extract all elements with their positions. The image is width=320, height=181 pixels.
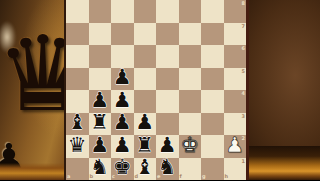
square-g3[interactable] xyxy=(201,113,224,136)
square-b7[interactable] xyxy=(89,23,112,46)
square-g1[interactable]: g xyxy=(201,158,224,181)
black-rook: ♜ xyxy=(135,135,154,156)
file-label-a: a xyxy=(67,174,70,179)
square-f2[interactable]: ♚ xyxy=(179,135,202,158)
square-b2[interactable]: ♟ xyxy=(89,135,112,158)
black-pawn: ♟ xyxy=(90,135,109,156)
black-pawn: ♟ xyxy=(113,90,132,111)
square-d6[interactable] xyxy=(134,45,157,68)
square-d5[interactable] xyxy=(134,68,157,91)
square-f8[interactable] xyxy=(179,0,202,23)
square-b3[interactable]: ♜ xyxy=(89,113,112,136)
rank-label-3: 3 xyxy=(242,114,245,119)
square-b5[interactable] xyxy=(89,68,112,91)
square-h1[interactable]: 1h xyxy=(224,158,247,181)
square-e5[interactable] xyxy=(156,68,179,91)
square-d3[interactable]: ♟ xyxy=(134,113,157,136)
rank-label-6: 6 xyxy=(242,46,245,51)
square-a2[interactable]: ♛ xyxy=(66,135,89,158)
square-b4[interactable]: ♟ xyxy=(89,90,112,113)
chess-board: 876♟5♟♟4♝♜♟♟3♛♟♟♜♟♚2♟ab♞c♚d♝e♞fg1h xyxy=(66,0,246,180)
square-a3[interactable]: ♝ xyxy=(66,113,89,136)
square-c4[interactable]: ♟ xyxy=(111,90,134,113)
rank-label-4: 4 xyxy=(242,91,245,96)
rank-label-5: 5 xyxy=(242,69,245,74)
black-pawn: ♟ xyxy=(113,112,132,133)
black-knight: ♞ xyxy=(90,157,109,178)
square-h4[interactable]: 4 xyxy=(224,90,247,113)
square-f7[interactable] xyxy=(179,23,202,46)
square-c7[interactable] xyxy=(111,23,134,46)
square-b8[interactable] xyxy=(89,0,112,23)
file-label-b: b xyxy=(90,174,94,179)
square-h3[interactable]: 3 xyxy=(224,113,247,136)
square-f4[interactable] xyxy=(179,90,202,113)
file-label-g: g xyxy=(202,174,206,179)
black-bishop: ♝ xyxy=(135,157,154,178)
rank-label-1: 1 xyxy=(242,159,245,164)
square-g2[interactable] xyxy=(201,135,224,158)
square-c1[interactable]: c♚ xyxy=(111,158,134,181)
square-e7[interactable] xyxy=(156,23,179,46)
square-a7[interactable] xyxy=(66,23,89,46)
square-h2[interactable]: 2♟ xyxy=(224,135,247,158)
black-king: ♚ xyxy=(113,157,132,178)
square-a1[interactable]: a xyxy=(66,158,89,181)
black-queen: ♛ xyxy=(68,135,87,156)
file-label-e: e xyxy=(157,174,160,179)
square-g7[interactable] xyxy=(201,23,224,46)
file-label-d: d xyxy=(135,174,139,179)
square-e3[interactable] xyxy=(156,113,179,136)
square-f5[interactable] xyxy=(179,68,202,91)
black-pawn: ♟ xyxy=(135,112,154,133)
black-pawn: ♟ xyxy=(113,67,132,88)
square-h8[interactable]: 8 xyxy=(224,0,247,23)
square-d1[interactable]: d♝ xyxy=(134,158,157,181)
square-f1[interactable]: f xyxy=(179,158,202,181)
file-label-c: c xyxy=(112,174,115,179)
wood-table-right xyxy=(249,146,320,180)
square-c5[interactable]: ♟ xyxy=(111,68,134,91)
square-c2[interactable]: ♟ xyxy=(111,135,134,158)
square-c8[interactable] xyxy=(111,0,134,23)
square-d8[interactable] xyxy=(134,0,157,23)
photo-left-background: ♛ ♟ xyxy=(0,0,64,180)
chess-board-frame: 876♟5♟♟4♝♜♟♟3♛♟♟♜♟♚2♟ab♞c♚d♝e♞fg1h xyxy=(64,0,249,180)
square-g4[interactable] xyxy=(201,90,224,113)
black-pawn: ♟ xyxy=(113,135,132,156)
rank-label-7: 7 xyxy=(242,24,245,29)
black-bishop: ♝ xyxy=(68,112,87,133)
square-e4[interactable] xyxy=(156,90,179,113)
square-h6[interactable]: 6 xyxy=(224,45,247,68)
square-e1[interactable]: e♞ xyxy=(156,158,179,181)
photo-right-background xyxy=(249,0,320,180)
square-c6[interactable] xyxy=(111,45,134,68)
square-f6[interactable] xyxy=(179,45,202,68)
file-label-h: h xyxy=(225,174,229,179)
wood-table-left xyxy=(0,163,64,180)
square-f3[interactable] xyxy=(179,113,202,136)
square-h7[interactable]: 7 xyxy=(224,23,247,46)
square-d2[interactable]: ♜ xyxy=(134,135,157,158)
square-b6[interactable] xyxy=(89,45,112,68)
square-c3[interactable]: ♟ xyxy=(111,113,134,136)
rank-label-2: 2 xyxy=(242,136,245,141)
rank-label-8: 8 xyxy=(242,1,245,6)
square-g6[interactable] xyxy=(201,45,224,68)
square-d7[interactable] xyxy=(134,23,157,46)
square-e6[interactable] xyxy=(156,45,179,68)
square-a6[interactable] xyxy=(66,45,89,68)
chess-thumbnail-scene: ♛ ♟ 876♟5♟♟4♝♜♟♟3♛♟♟♜♟♚2♟ab♞c♚d♝e♞fg1h xyxy=(0,0,320,180)
square-g5[interactable] xyxy=(201,68,224,91)
square-a8[interactable] xyxy=(66,0,89,23)
square-g8[interactable] xyxy=(201,0,224,23)
square-b1[interactable]: b♞ xyxy=(89,158,112,181)
black-pawn: ♟ xyxy=(158,135,177,156)
white-king: ♚ xyxy=(180,135,199,156)
black-pawn: ♟ xyxy=(90,90,109,111)
square-a4[interactable] xyxy=(66,90,89,113)
square-e8[interactable] xyxy=(156,0,179,23)
square-h5[interactable]: 5 xyxy=(224,68,247,91)
square-d4[interactable] xyxy=(134,90,157,113)
file-label-f: f xyxy=(180,174,182,179)
square-e2[interactable]: ♟ xyxy=(156,135,179,158)
black-knight: ♞ xyxy=(158,157,177,178)
black-rook: ♜ xyxy=(90,112,109,133)
square-a5[interactable] xyxy=(66,68,89,91)
